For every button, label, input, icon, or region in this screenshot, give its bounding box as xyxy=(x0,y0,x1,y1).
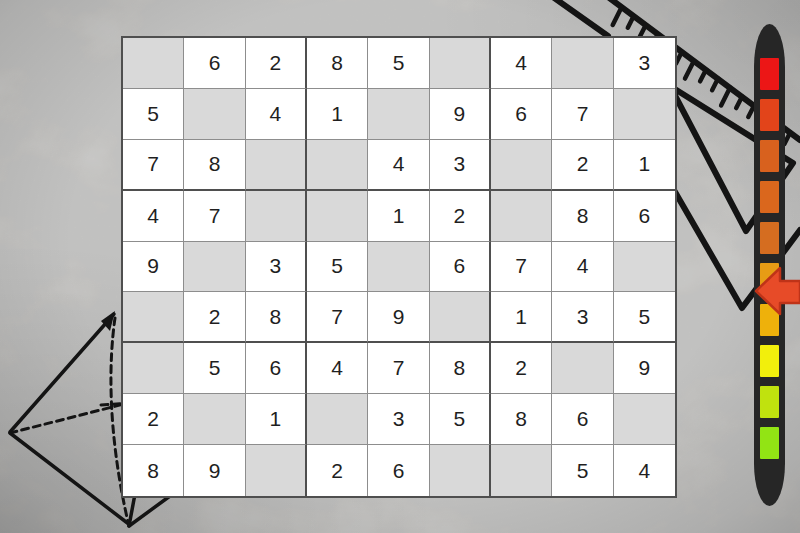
slide: 6285435419677843214712869356742879135564… xyxy=(0,0,800,533)
pointer-arrow xyxy=(0,0,800,533)
pointer-arrow-icon xyxy=(756,268,800,314)
